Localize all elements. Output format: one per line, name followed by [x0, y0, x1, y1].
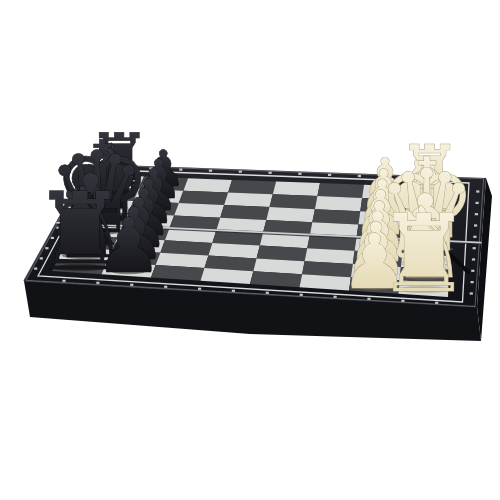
square	[228, 180, 276, 194]
square	[266, 207, 315, 222]
square	[224, 193, 273, 208]
chess-set-product-photo: ♜♟♟♜♞♟♟♞♝♟♟♝♚♟♟♚♛♟♟♛♝♟♟♝♞♟♟♞♜♟♟♜	[0, 0, 500, 500]
folding-chess-board: ♜♟♟♜♞♟♟♞♝♟♟♝♚♟♟♚♛♟♟♛♝♟♟♝♞♟♟♞♜♟♟♜	[0, 0, 500, 500]
white-rook: ♜	[376, 191, 472, 316]
square	[179, 191, 228, 205]
square	[220, 205, 269, 220]
black-pawn: ♟	[95, 202, 163, 290]
square	[270, 194, 318, 209]
square	[183, 178, 232, 192]
square	[273, 182, 320, 197]
